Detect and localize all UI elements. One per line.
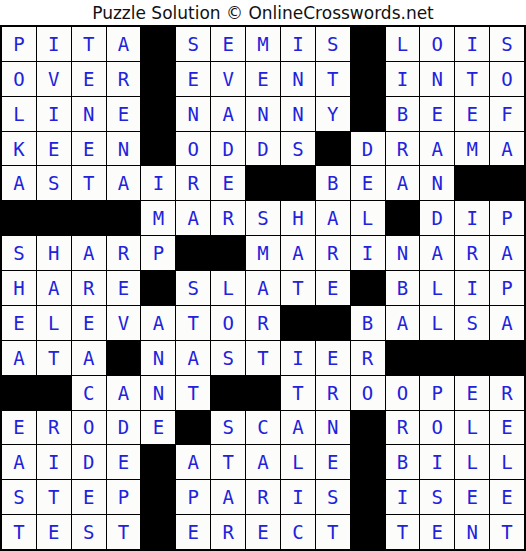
cell-r5c3: T (72, 166, 106, 200)
cell-r14c13: S (420, 480, 454, 514)
cell-r10c7: S (211, 341, 245, 375)
cell-r3c12: B (386, 97, 420, 131)
block-r8c11 (351, 271, 385, 305)
cell-r15c14: N (455, 515, 489, 549)
cell-r6c15: P (490, 201, 524, 235)
cell-r13c4: E (107, 445, 141, 479)
cell-r4c7: D (211, 132, 245, 166)
block-r1c5 (141, 27, 175, 61)
cell-r13c7: T (211, 445, 245, 479)
cell-r5c4: A (107, 166, 141, 200)
cell-r15c1: T (2, 515, 36, 549)
cell-r15c7: R (211, 515, 245, 549)
cell-r4c3: E (72, 132, 106, 166)
cell-r10c2: T (37, 341, 71, 375)
cell-r1c4: A (107, 27, 141, 61)
block-r15c11 (351, 515, 385, 549)
block-r9c9 (281, 306, 315, 340)
cell-r7c2: H (37, 236, 71, 270)
block-r3c11 (351, 97, 385, 131)
cell-r5c5: I (141, 166, 175, 200)
cell-r14c12: I (386, 480, 420, 514)
cell-r8c10: E (316, 271, 350, 305)
cell-r1c2: I (37, 27, 71, 61)
cell-r1c15: S (490, 27, 524, 61)
cell-r1c10: S (316, 27, 350, 61)
cell-r5c6: R (176, 166, 210, 200)
cell-r5c1: A (2, 166, 36, 200)
cell-r3c6: N (176, 97, 210, 131)
block-r11c7 (211, 376, 245, 410)
cell-r6c10: A (316, 201, 350, 235)
cell-r1c1: P (2, 27, 36, 61)
cell-r7c11: I (351, 236, 385, 270)
cell-r14c4: P (107, 480, 141, 514)
cell-r1c14: I (455, 27, 489, 61)
cell-r13c1: A (2, 445, 36, 479)
cell-r11c9: T (281, 376, 315, 410)
block-r5c8 (246, 166, 280, 200)
cell-r15c3: S (72, 515, 106, 549)
cell-r4c13: A (420, 132, 454, 166)
cell-r10c5: N (141, 341, 175, 375)
cell-r2c12: I (386, 62, 420, 96)
crossword-grid: PITASEMISLOISOVEREVENTINTOLINENANNYBEEFK… (0, 25, 526, 551)
cell-r9c14: S (455, 306, 489, 340)
cell-r8c13: L (420, 271, 454, 305)
block-r13c11 (351, 445, 385, 479)
cell-r8c4: E (107, 271, 141, 305)
block-r12c6 (176, 411, 210, 445)
cell-r7c13: A (420, 236, 454, 270)
block-r10c14 (455, 341, 489, 375)
cell-r11c12: O (386, 376, 420, 410)
cell-r13c12: B (386, 445, 420, 479)
cell-r5c12: A (386, 166, 420, 200)
cell-r9c12: A (386, 306, 420, 340)
cell-r8c8: A (246, 271, 280, 305)
cell-r14c6: P (176, 480, 210, 514)
cell-r2c6: E (176, 62, 210, 96)
cell-r3c9: N (281, 97, 315, 131)
cell-r9c5: A (141, 306, 175, 340)
cell-r12c10: N (316, 411, 350, 445)
cell-r14c8: R (246, 480, 280, 514)
cell-r2c3: E (72, 62, 106, 96)
cell-r9c2: L (37, 306, 71, 340)
cell-r12c4: D (107, 411, 141, 445)
cell-r12c3: O (72, 411, 106, 445)
cell-r12c1: E (2, 411, 36, 445)
cell-r4c1: K (2, 132, 36, 166)
block-r14c11 (351, 480, 385, 514)
cell-r8c15: P (490, 271, 524, 305)
cell-r9c8: R (246, 306, 280, 340)
cell-r4c11: D (351, 132, 385, 166)
cell-r15c6: E (176, 515, 210, 549)
cell-r1c13: O (420, 27, 454, 61)
cell-r1c7: E (211, 27, 245, 61)
cell-r3c3: N (72, 97, 106, 131)
cell-r13c10: E (316, 445, 350, 479)
block-r15c5 (141, 515, 175, 549)
cell-r2c1: O (2, 62, 36, 96)
cell-r4c4: N (107, 132, 141, 166)
cell-r6c13: D (420, 201, 454, 235)
cell-r12c8: C (246, 411, 280, 445)
cell-r2c7: V (211, 62, 245, 96)
cell-r5c10: B (316, 166, 350, 200)
cell-r11c3: C (72, 376, 106, 410)
cell-r15c10: T (316, 515, 350, 549)
title-bar: Puzzle Solution © OnlineCrosswords.net (0, 0, 526, 25)
cell-r11c4: A (107, 376, 141, 410)
block-r14c5 (141, 480, 175, 514)
cell-r10c9: I (281, 341, 315, 375)
cell-r12c2: R (37, 411, 71, 445)
cell-r2c8: E (246, 62, 280, 96)
cell-r13c13: I (420, 445, 454, 479)
cell-r3c2: I (37, 97, 71, 131)
cell-r10c10: E (316, 341, 350, 375)
cell-r12c13: O (420, 411, 454, 445)
cell-r2c2: V (37, 62, 71, 96)
block-r8c5 (141, 271, 175, 305)
cell-r15c13: E (420, 515, 454, 549)
cell-r6c14: I (455, 201, 489, 235)
cell-r2c14: T (455, 62, 489, 96)
cell-r9c6: T (176, 306, 210, 340)
cell-r7c9: A (281, 236, 315, 270)
cell-r8c2: A (37, 271, 71, 305)
block-r9c10 (316, 306, 350, 340)
cell-r11c11: O (351, 376, 385, 410)
cell-r12c15: E (490, 411, 524, 445)
cell-r9c15: A (490, 306, 524, 340)
cell-r8c6: S (176, 271, 210, 305)
cell-r4c6: O (176, 132, 210, 166)
cell-r4c12: R (386, 132, 420, 166)
cell-r6c7: R (211, 201, 245, 235)
cell-r3c8: N (246, 97, 280, 131)
block-r10c13 (420, 341, 454, 375)
cell-r3c14: E (455, 97, 489, 131)
cell-r13c15: L (490, 445, 524, 479)
cell-r7c12: N (386, 236, 420, 270)
block-r6c3 (72, 201, 106, 235)
puzzle-solution-page: Puzzle Solution © OnlineCrosswords.net P… (0, 0, 526, 551)
cell-r9c1: E (2, 306, 36, 340)
cell-r11c6: T (176, 376, 210, 410)
cell-r15c8: E (246, 515, 280, 549)
cell-r15c2: E (37, 515, 71, 549)
cell-r13c8: A (246, 445, 280, 479)
cell-r7c15: A (490, 236, 524, 270)
cell-r3c13: E (420, 97, 454, 131)
block-r5c15 (490, 166, 524, 200)
cell-r9c3: E (72, 306, 106, 340)
cell-r6c5: M (141, 201, 175, 235)
cell-r14c2: T (37, 480, 71, 514)
cell-r14c15: E (490, 480, 524, 514)
cell-r12c12: R (386, 411, 420, 445)
cell-r7c8: M (246, 236, 280, 270)
block-r11c2 (37, 376, 71, 410)
block-r2c5 (141, 62, 175, 96)
cell-r2c10: T (316, 62, 350, 96)
cell-r14c3: E (72, 480, 106, 514)
cell-r6c9: H (281, 201, 315, 235)
cell-r5c13: N (420, 166, 454, 200)
cell-r7c14: R (455, 236, 489, 270)
cell-r9c7: O (211, 306, 245, 340)
cell-r2c9: N (281, 62, 315, 96)
cell-r1c12: L (386, 27, 420, 61)
cell-r4c15: A (490, 132, 524, 166)
cell-r7c4: R (107, 236, 141, 270)
block-r2c11 (351, 62, 385, 96)
block-r1c11 (351, 27, 385, 61)
cell-r7c5: P (141, 236, 175, 270)
cell-r10c11: R (351, 341, 385, 375)
cell-r3c1: L (2, 97, 36, 131)
cell-r8c1: H (2, 271, 36, 305)
cell-r7c10: R (316, 236, 350, 270)
cell-r10c6: A (176, 341, 210, 375)
block-r5c9 (281, 166, 315, 200)
cell-r11c15: R (490, 376, 524, 410)
block-r10c4 (107, 341, 141, 375)
cell-r14c1: S (2, 480, 36, 514)
cell-r3c10: Y (316, 97, 350, 131)
cell-r9c4: V (107, 306, 141, 340)
block-r10c12 (386, 341, 420, 375)
cell-r5c11: E (351, 166, 385, 200)
block-r6c12 (386, 201, 420, 235)
cell-r13c6: A (176, 445, 210, 479)
cell-r6c6: A (176, 201, 210, 235)
cell-r12c7: S (211, 411, 245, 445)
block-r11c1 (2, 376, 36, 410)
cell-r3c4: E (107, 97, 141, 131)
cell-r5c7: E (211, 166, 245, 200)
cell-r3c7: A (211, 97, 245, 131)
cell-r4c8: D (246, 132, 280, 166)
cell-r14c9: I (281, 480, 315, 514)
cell-r15c12: T (386, 515, 420, 549)
block-r6c4 (107, 201, 141, 235)
cell-r6c11: L (351, 201, 385, 235)
cell-r4c14: M (455, 132, 489, 166)
cell-r8c7: L (211, 271, 245, 305)
cell-r5c2: S (37, 166, 71, 200)
cell-r12c14: L (455, 411, 489, 445)
cell-r13c9: L (281, 445, 315, 479)
cell-r4c2: E (37, 132, 71, 166)
cell-r11c10: R (316, 376, 350, 410)
cell-r9c11: B (351, 306, 385, 340)
cell-r8c3: R (72, 271, 106, 305)
block-r12c11 (351, 411, 385, 445)
cell-r15c9: C (281, 515, 315, 549)
cell-r10c3: A (72, 341, 106, 375)
cell-r6c8: S (246, 201, 280, 235)
cell-r14c7: A (211, 480, 245, 514)
block-r11c8 (246, 376, 280, 410)
cell-r1c6: S (176, 27, 210, 61)
cell-r1c8: M (246, 27, 280, 61)
page-title: Puzzle Solution © OnlineCrosswords.net (92, 3, 434, 23)
cell-r8c14: I (455, 271, 489, 305)
block-r7c6 (176, 236, 210, 270)
block-r5c14 (455, 166, 489, 200)
block-r4c5 (141, 132, 175, 166)
cell-r10c1: A (2, 341, 36, 375)
cell-r4c9: S (281, 132, 315, 166)
block-r4c10 (316, 132, 350, 166)
cell-r10c8: T (246, 341, 280, 375)
cell-r11c5: N (141, 376, 175, 410)
cell-r1c3: T (72, 27, 106, 61)
block-r6c2 (37, 201, 71, 235)
cell-r13c3: D (72, 445, 106, 479)
cell-r11c14: E (455, 376, 489, 410)
cell-r7c3: A (72, 236, 106, 270)
cell-r15c15: T (490, 515, 524, 549)
cell-r1c9: I (281, 27, 315, 61)
cell-r2c4: R (107, 62, 141, 96)
cell-r8c9: T (281, 271, 315, 305)
cell-r3c15: F (490, 97, 524, 131)
cell-r15c4: T (107, 515, 141, 549)
block-r3c5 (141, 97, 175, 131)
cell-r2c15: O (490, 62, 524, 96)
cell-r7c1: S (2, 236, 36, 270)
cell-r14c14: E (455, 480, 489, 514)
block-r7c7 (211, 236, 245, 270)
cell-r9c13: L (420, 306, 454, 340)
cell-r12c5: E (141, 411, 175, 445)
block-r10c15 (490, 341, 524, 375)
cell-r13c14: L (455, 445, 489, 479)
cell-r12c9: A (281, 411, 315, 445)
cell-r11c13: P (420, 376, 454, 410)
cell-r13c2: I (37, 445, 71, 479)
cell-r2c13: N (420, 62, 454, 96)
cell-r8c12: B (386, 271, 420, 305)
block-r13c5 (141, 445, 175, 479)
block-r6c1 (2, 201, 36, 235)
cell-r14c10: S (316, 480, 350, 514)
